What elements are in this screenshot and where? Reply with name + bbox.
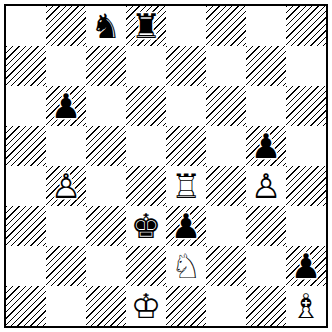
square-h7[interactable] [286, 46, 326, 86]
board-frame: ♞♞♜♜♟♟♟♟♟♙♜♖♟♙♚♚♟♟♞♘♟♟♚♔♝♗ [4, 4, 328, 328]
square-d1[interactable]: ♚♔ [126, 286, 166, 326]
square-e3[interactable]: ♟♟ [166, 206, 206, 246]
square-b6[interactable]: ♟♟ [46, 86, 86, 126]
square-c6[interactable] [86, 86, 126, 126]
square-e6[interactable] [166, 86, 206, 126]
black-rook: ♜♜ [126, 6, 166, 46]
square-c8[interactable]: ♞♞ [86, 6, 126, 46]
square-a3[interactable] [6, 206, 46, 246]
square-e5[interactable] [166, 126, 206, 166]
square-b5[interactable] [46, 126, 86, 166]
white-king: ♚♔ [126, 286, 166, 326]
piece-glyph: ♙ [46, 166, 86, 206]
square-h5[interactable] [286, 126, 326, 166]
square-b3[interactable] [46, 206, 86, 246]
square-b2[interactable] [46, 246, 86, 286]
square-e8[interactable] [166, 6, 206, 46]
piece-glyph: ♟ [166, 206, 206, 246]
square-h6[interactable] [286, 86, 326, 126]
piece-glyph: ♟ [286, 246, 326, 286]
black-pawn: ♟♟ [246, 126, 286, 166]
square-c4[interactable] [86, 166, 126, 206]
piece-glyph: ♟ [46, 86, 86, 126]
square-g6[interactable] [246, 86, 286, 126]
square-c3[interactable] [86, 206, 126, 246]
square-d6[interactable] [126, 86, 166, 126]
square-d8[interactable]: ♜♜ [126, 6, 166, 46]
square-d4[interactable] [126, 166, 166, 206]
white-knight: ♞♘ [166, 246, 206, 286]
chess-diagram: ♞♞♜♜♟♟♟♟♟♙♜♖♟♙♚♚♟♟♞♘♟♟♚♔♝♗ [0, 0, 332, 332]
piece-glyph: ♖ [166, 166, 206, 206]
square-d7[interactable] [126, 46, 166, 86]
square-e7[interactable] [166, 46, 206, 86]
square-f2[interactable] [206, 246, 246, 286]
square-g8[interactable] [246, 6, 286, 46]
square-g7[interactable] [246, 46, 286, 86]
square-f6[interactable] [206, 86, 246, 126]
square-b7[interactable] [46, 46, 86, 86]
square-d5[interactable] [126, 126, 166, 166]
square-b4[interactable]: ♟♙ [46, 166, 86, 206]
square-c2[interactable] [86, 246, 126, 286]
square-e1[interactable] [166, 286, 206, 326]
square-e4[interactable]: ♜♖ [166, 166, 206, 206]
white-pawn: ♟♙ [246, 166, 286, 206]
piece-glyph: ♔ [126, 286, 166, 326]
piece-glyph: ♞ [86, 6, 126, 46]
square-h3[interactable] [286, 206, 326, 246]
black-pawn: ♟♟ [46, 86, 86, 126]
piece-glyph: ♟ [246, 126, 286, 166]
square-a4[interactable] [6, 166, 46, 206]
square-a5[interactable] [6, 126, 46, 166]
square-a7[interactable] [6, 46, 46, 86]
square-c5[interactable] [86, 126, 126, 166]
square-f5[interactable] [206, 126, 246, 166]
black-pawn: ♟♟ [286, 246, 326, 286]
square-f8[interactable] [206, 6, 246, 46]
square-b1[interactable] [46, 286, 86, 326]
piece-glyph: ♘ [166, 246, 206, 286]
square-f3[interactable] [206, 206, 246, 246]
white-rook: ♜♖ [166, 166, 206, 206]
square-c7[interactable] [86, 46, 126, 86]
piece-glyph: ♗ [286, 286, 326, 326]
white-bishop: ♝♗ [286, 286, 326, 326]
square-e2[interactable]: ♞♘ [166, 246, 206, 286]
chess-board: ♞♞♜♜♟♟♟♟♟♙♜♖♟♙♚♚♟♟♞♘♟♟♚♔♝♗ [6, 6, 326, 326]
square-c1[interactable] [86, 286, 126, 326]
square-a1[interactable] [6, 286, 46, 326]
piece-glyph: ♙ [246, 166, 286, 206]
square-b8[interactable] [46, 6, 86, 46]
square-g4[interactable]: ♟♙ [246, 166, 286, 206]
square-f7[interactable] [206, 46, 246, 86]
square-a2[interactable] [6, 246, 46, 286]
square-h2[interactable]: ♟♟ [286, 246, 326, 286]
piece-glyph: ♚ [126, 206, 166, 246]
square-f4[interactable] [206, 166, 246, 206]
square-g1[interactable] [246, 286, 286, 326]
square-a6[interactable] [6, 86, 46, 126]
square-h4[interactable] [286, 166, 326, 206]
square-d2[interactable] [126, 246, 166, 286]
white-pawn: ♟♙ [46, 166, 86, 206]
square-g3[interactable] [246, 206, 286, 246]
square-a8[interactable] [6, 6, 46, 46]
square-f1[interactable] [206, 286, 246, 326]
square-h8[interactable] [286, 6, 326, 46]
square-d3[interactable]: ♚♚ [126, 206, 166, 246]
square-g2[interactable] [246, 246, 286, 286]
black-knight: ♞♞ [86, 6, 126, 46]
black-king: ♚♚ [126, 206, 166, 246]
piece-glyph: ♜ [126, 6, 166, 46]
black-pawn: ♟♟ [166, 206, 206, 246]
square-h1[interactable]: ♝♗ [286, 286, 326, 326]
square-g5[interactable]: ♟♟ [246, 126, 286, 166]
